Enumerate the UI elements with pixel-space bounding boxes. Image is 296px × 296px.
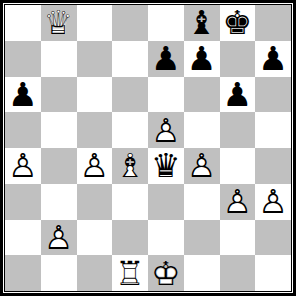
square-e8[interactable]: [148, 5, 184, 41]
black-pawn[interactable]: ♟: [184, 41, 220, 77]
square-b7[interactable]: [41, 41, 77, 77]
square-c3[interactable]: [77, 184, 113, 220]
piece-solid-layer: ♟: [255, 41, 291, 77]
white-pawn[interactable]: ♟♙: [220, 184, 256, 220]
square-b8[interactable]: ♛♕: [41, 5, 77, 41]
square-a7[interactable]: [5, 41, 41, 77]
square-g8[interactable]: ♚: [220, 5, 256, 41]
square-e3[interactable]: [148, 184, 184, 220]
square-d1[interactable]: ♜♖: [112, 255, 148, 291]
white-pawn[interactable]: ♟♙: [41, 220, 77, 256]
square-g6[interactable]: ♟: [220, 77, 256, 113]
square-f4[interactable]: ♟♙: [184, 148, 220, 184]
square-b6[interactable]: [41, 77, 77, 113]
piece-outline-layer: ♕: [41, 5, 77, 41]
square-b4[interactable]: [41, 148, 77, 184]
square-a4[interactable]: ♟♙: [5, 148, 41, 184]
square-d3[interactable]: [112, 184, 148, 220]
piece-outline-layer: ♔: [148, 255, 184, 291]
square-e5[interactable]: ♟♙: [148, 112, 184, 148]
square-e1[interactable]: ♚♔: [148, 255, 184, 291]
square-f7[interactable]: ♟: [184, 41, 220, 77]
square-c8[interactable]: [77, 5, 113, 41]
square-h5[interactable]: [255, 112, 291, 148]
piece-solid-layer: ♟: [5, 77, 41, 113]
square-b5[interactable]: [41, 112, 77, 148]
piece-solid-layer: ♚: [220, 5, 256, 41]
square-e2[interactable]: [148, 220, 184, 256]
square-d2[interactable]: [112, 220, 148, 256]
square-c6[interactable]: [77, 77, 113, 113]
square-b2[interactable]: ♟♙: [41, 220, 77, 256]
square-c5[interactable]: [77, 112, 113, 148]
black-pawn[interactable]: ♟: [255, 41, 291, 77]
piece-outline-layer: ♙: [148, 112, 184, 148]
piece-outline-layer: ♙: [255, 184, 291, 220]
white-pawn[interactable]: ♟♙: [148, 112, 184, 148]
black-queen[interactable]: ♛: [148, 148, 184, 184]
square-g4[interactable]: [220, 148, 256, 184]
square-g7[interactable]: [220, 41, 256, 77]
square-e6[interactable]: [148, 77, 184, 113]
square-f1[interactable]: [184, 255, 220, 291]
black-pawn[interactable]: ♟: [148, 41, 184, 77]
square-a6[interactable]: ♟: [5, 77, 41, 113]
black-pawn[interactable]: ♟: [5, 77, 41, 113]
white-bishop[interactable]: ♝♗: [112, 148, 148, 184]
square-b1[interactable]: [41, 255, 77, 291]
chessboard-frame: ♛♕♝♚♟♟♟♟♟♟♙♟♙♟♙♝♗♛♟♙♟♙♟♙♟♙♜♖♚♔: [0, 0, 296, 296]
square-d5[interactable]: [112, 112, 148, 148]
square-b3[interactable]: [41, 184, 77, 220]
piece-solid-layer: ♟: [148, 41, 184, 77]
white-rook[interactable]: ♜♖: [112, 255, 148, 291]
square-d7[interactable]: [112, 41, 148, 77]
square-d8[interactable]: [112, 5, 148, 41]
white-queen[interactable]: ♛♕: [41, 5, 77, 41]
square-f6[interactable]: [184, 77, 220, 113]
chessboard: ♛♕♝♚♟♟♟♟♟♟♙♟♙♟♙♝♗♛♟♙♟♙♟♙♟♙♜♖♚♔: [5, 5, 291, 291]
piece-outline-layer: ♗: [112, 148, 148, 184]
black-bishop[interactable]: ♝: [184, 5, 220, 41]
white-king[interactable]: ♚♔: [148, 255, 184, 291]
square-d4[interactable]: ♝♗: [112, 148, 148, 184]
square-h6[interactable]: [255, 77, 291, 113]
square-a2[interactable]: [5, 220, 41, 256]
black-pawn[interactable]: ♟: [220, 77, 256, 113]
square-c2[interactable]: [77, 220, 113, 256]
square-g1[interactable]: [220, 255, 256, 291]
square-h7[interactable]: ♟: [255, 41, 291, 77]
piece-solid-layer: ♛: [148, 148, 184, 184]
square-g5[interactable]: [220, 112, 256, 148]
square-f5[interactable]: [184, 112, 220, 148]
white-pawn[interactable]: ♟♙: [184, 148, 220, 184]
square-a3[interactable]: [5, 184, 41, 220]
square-h8[interactable]: [255, 5, 291, 41]
square-c1[interactable]: [77, 255, 113, 291]
piece-solid-layer: ♟: [220, 77, 256, 113]
piece-solid-layer: ♝: [184, 5, 220, 41]
square-d6[interactable]: [112, 77, 148, 113]
piece-outline-layer: ♙: [220, 184, 256, 220]
square-c7[interactable]: [77, 41, 113, 77]
square-a8[interactable]: [5, 5, 41, 41]
piece-outline-layer: ♙: [184, 148, 220, 184]
square-h2[interactable]: [255, 220, 291, 256]
square-h3[interactable]: ♟♙: [255, 184, 291, 220]
chessboard-inner-frame: ♛♕♝♚♟♟♟♟♟♟♙♟♙♟♙♝♗♛♟♙♟♙♟♙♟♙♜♖♚♔: [3, 3, 293, 293]
white-pawn[interactable]: ♟♙: [5, 148, 41, 184]
square-f2[interactable]: [184, 220, 220, 256]
piece-solid-layer: ♟: [184, 41, 220, 77]
square-a5[interactable]: [5, 112, 41, 148]
white-pawn[interactable]: ♟♙: [77, 148, 113, 184]
square-e7[interactable]: ♟: [148, 41, 184, 77]
square-c4[interactable]: ♟♙: [77, 148, 113, 184]
square-g2[interactable]: [220, 220, 256, 256]
square-e4[interactable]: ♛: [148, 148, 184, 184]
piece-outline-layer: ♙: [5, 148, 41, 184]
chessboard-border: ♛♕♝♚♟♟♟♟♟♟♙♟♙♟♙♝♗♛♟♙♟♙♟♙♟♙♜♖♚♔: [4, 4, 292, 292]
black-king[interactable]: ♚: [220, 5, 256, 41]
square-h4[interactable]: [255, 148, 291, 184]
square-f3[interactable]: [184, 184, 220, 220]
white-pawn[interactable]: ♟♙: [255, 184, 291, 220]
piece-outline-layer: ♙: [77, 148, 113, 184]
square-h1[interactable]: [255, 255, 291, 291]
square-f8[interactable]: ♝: [184, 5, 220, 41]
piece-outline-layer: ♖: [112, 255, 148, 291]
piece-outline-layer: ♙: [41, 220, 77, 256]
square-g3[interactable]: ♟♙: [220, 184, 256, 220]
square-a1[interactable]: [5, 255, 41, 291]
